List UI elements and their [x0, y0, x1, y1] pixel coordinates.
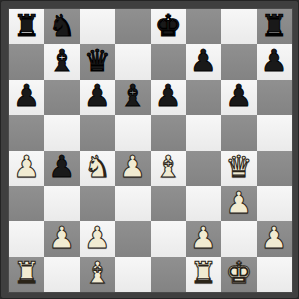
- piece-white-knight[interactable]: ♞: [84, 152, 111, 182]
- square-h2[interactable]: ♟: [257, 221, 292, 256]
- square-f3[interactable]: [186, 186, 221, 221]
- square-g4[interactable]: ♛: [221, 151, 256, 186]
- square-d8[interactable]: [115, 9, 150, 44]
- square-b7[interactable]: ♝: [44, 44, 79, 79]
- piece-black-bishop[interactable]: ♝: [119, 81, 146, 111]
- square-a2[interactable]: [9, 221, 44, 256]
- square-d1[interactable]: [115, 257, 150, 292]
- piece-white-pawn[interactable]: ♟: [261, 223, 288, 253]
- square-g1[interactable]: ♚: [221, 257, 256, 292]
- piece-white-bishop[interactable]: ♝: [155, 152, 182, 182]
- square-c3[interactable]: [80, 186, 115, 221]
- piece-black-queen[interactable]: ♛: [84, 46, 111, 76]
- square-b4[interactable]: ♟: [44, 151, 79, 186]
- piece-black-king[interactable]: ♚: [155, 11, 182, 41]
- square-e1[interactable]: [151, 257, 186, 292]
- piece-black-pawn[interactable]: ♟: [190, 46, 217, 76]
- square-a1[interactable]: ♜: [9, 257, 44, 292]
- chess-diagram: ♜♞♚♜♝♛♟♟♟♟♝♟♟♟♟♞♟♝♛♟♟♟♟♟♜♝♜♚: [0, 0, 299, 299]
- square-e2[interactable]: [151, 221, 186, 256]
- square-g8[interactable]: [221, 9, 256, 44]
- square-h6[interactable]: [257, 80, 292, 115]
- square-b5[interactable]: [44, 115, 79, 150]
- piece-white-pawn[interactable]: ♟: [13, 152, 40, 182]
- piece-white-pawn[interactable]: ♟: [190, 223, 217, 253]
- square-d5[interactable]: [115, 115, 150, 150]
- square-f2[interactable]: ♟: [186, 221, 221, 256]
- square-d7[interactable]: [115, 44, 150, 79]
- square-c8[interactable]: [80, 9, 115, 44]
- piece-white-pawn[interactable]: ♟: [49, 223, 76, 253]
- square-g3[interactable]: ♟: [221, 186, 256, 221]
- square-a3[interactable]: [9, 186, 44, 221]
- piece-white-pawn[interactable]: ♟: [84, 223, 111, 253]
- square-a6[interactable]: ♟: [9, 80, 44, 115]
- piece-black-pawn[interactable]: ♟: [49, 152, 76, 182]
- piece-white-rook[interactable]: ♜: [13, 258, 40, 288]
- piece-white-queen[interactable]: ♛: [225, 152, 252, 182]
- square-b8[interactable]: ♞: [44, 9, 79, 44]
- piece-black-knight[interactable]: ♞: [49, 11, 76, 41]
- square-d4[interactable]: ♟: [115, 151, 150, 186]
- square-g6[interactable]: ♟: [221, 80, 256, 115]
- piece-white-king[interactable]: ♚: [225, 258, 252, 288]
- square-e4[interactable]: ♝: [151, 151, 186, 186]
- square-c7[interactable]: ♛: [80, 44, 115, 79]
- square-h4[interactable]: [257, 151, 292, 186]
- square-g2[interactable]: [221, 221, 256, 256]
- square-d3[interactable]: [115, 186, 150, 221]
- square-h3[interactable]: [257, 186, 292, 221]
- square-b3[interactable]: [44, 186, 79, 221]
- piece-black-bishop[interactable]: ♝: [49, 46, 76, 76]
- square-a7[interactable]: [9, 44, 44, 79]
- square-e8[interactable]: ♚: [151, 9, 186, 44]
- piece-black-pawn[interactable]: ♟: [84, 81, 111, 111]
- piece-black-pawn[interactable]: ♟: [225, 81, 252, 111]
- square-e5[interactable]: [151, 115, 186, 150]
- square-h1[interactable]: [257, 257, 292, 292]
- piece-black-rook[interactable]: ♜: [13, 11, 40, 41]
- square-f6[interactable]: [186, 80, 221, 115]
- piece-black-pawn[interactable]: ♟: [13, 81, 40, 111]
- square-e6[interactable]: ♟: [151, 80, 186, 115]
- square-a8[interactable]: ♜: [9, 9, 44, 44]
- square-f8[interactable]: [186, 9, 221, 44]
- square-h5[interactable]: [257, 115, 292, 150]
- square-c4[interactable]: ♞: [80, 151, 115, 186]
- square-f4[interactable]: [186, 151, 221, 186]
- square-d2[interactable]: [115, 221, 150, 256]
- square-b1[interactable]: [44, 257, 79, 292]
- square-f7[interactable]: ♟: [186, 44, 221, 79]
- chess-board: ♜♞♚♜♝♛♟♟♟♟♝♟♟♟♟♞♟♝♛♟♟♟♟♟♜♝♜♚: [9, 9, 292, 292]
- square-e7[interactable]: [151, 44, 186, 79]
- piece-white-bishop[interactable]: ♝: [84, 258, 111, 288]
- square-f5[interactable]: [186, 115, 221, 150]
- square-g5[interactable]: [221, 115, 256, 150]
- square-h7[interactable]: ♟: [257, 44, 292, 79]
- square-g7[interactable]: [221, 44, 256, 79]
- piece-black-rook[interactable]: ♜: [261, 11, 288, 41]
- square-c2[interactable]: ♟: [80, 221, 115, 256]
- square-f1[interactable]: ♜: [186, 257, 221, 292]
- square-b6[interactable]: [44, 80, 79, 115]
- piece-white-pawn[interactable]: ♟: [225, 188, 252, 218]
- square-a4[interactable]: ♟: [9, 151, 44, 186]
- piece-white-rook[interactable]: ♜: [190, 258, 217, 288]
- square-e3[interactable]: [151, 186, 186, 221]
- square-a5[interactable]: [9, 115, 44, 150]
- square-c5[interactable]: [80, 115, 115, 150]
- square-b2[interactable]: ♟: [44, 221, 79, 256]
- piece-white-pawn[interactable]: ♟: [119, 152, 146, 182]
- piece-black-pawn[interactable]: ♟: [155, 81, 182, 111]
- square-d6[interactable]: ♝: [115, 80, 150, 115]
- square-c1[interactable]: ♝: [80, 257, 115, 292]
- piece-black-pawn[interactable]: ♟: [261, 46, 288, 76]
- square-h8[interactable]: ♜: [257, 9, 292, 44]
- square-c6[interactable]: ♟: [80, 80, 115, 115]
